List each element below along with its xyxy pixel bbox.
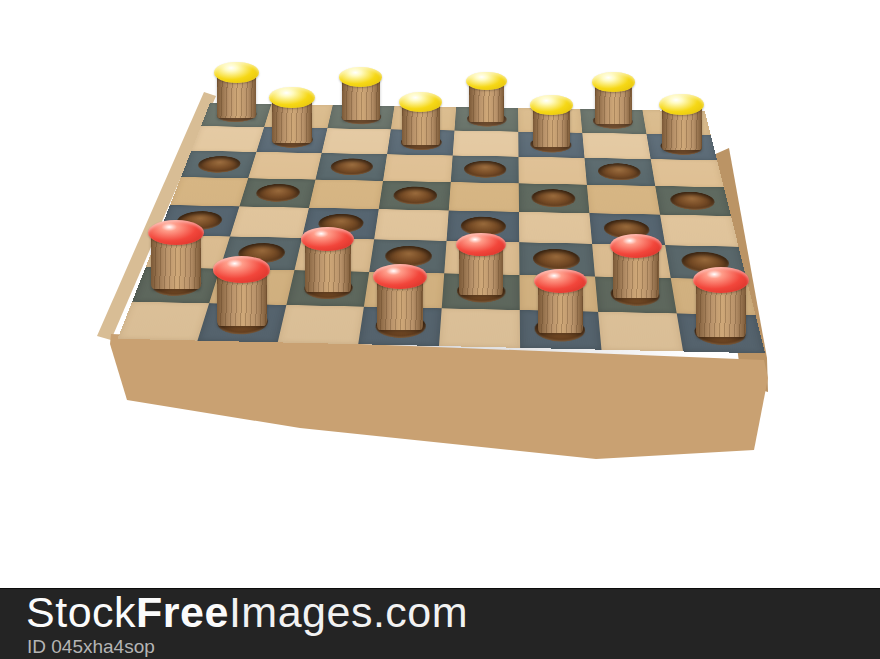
- square-g4[interactable]: [589, 213, 665, 245]
- square-f3[interactable]: [519, 242, 595, 276]
- square-a1: [118, 302, 210, 341]
- photo-canvas: StockFreeImages.com ID 045xha4sop: [0, 0, 880, 659]
- peg-hole: [173, 211, 225, 231]
- square-c1: [278, 305, 364, 344]
- square-d1[interactable]: [358, 307, 441, 346]
- checkers-board: [118, 103, 766, 354]
- square-d2: [364, 272, 444, 309]
- peg-hole: [603, 219, 652, 239]
- square-h4: [660, 215, 739, 247]
- peg-hole: [659, 139, 704, 156]
- peg-hole: [195, 156, 243, 174]
- square-e3: [444, 241, 519, 275]
- peg-hole: [316, 213, 365, 233]
- square-f4: [519, 212, 592, 244]
- square-b1[interactable]: [197, 303, 286, 342]
- peg-hole: [460, 216, 506, 236]
- peg-hole: [329, 158, 375, 176]
- peg-hole: [214, 107, 259, 123]
- square-f7[interactable]: [518, 132, 584, 158]
- square-h7[interactable]: [646, 134, 717, 160]
- peg-hole: [148, 273, 204, 296]
- peg-hole: [692, 320, 749, 346]
- square-a6[interactable]: [181, 151, 256, 179]
- square-e7: [453, 131, 519, 157]
- square-g5: [587, 185, 660, 215]
- square-e5: [449, 182, 519, 212]
- square-d3[interactable]: [369, 239, 446, 273]
- square-b4: [230, 206, 309, 238]
- peg-hole: [214, 310, 271, 335]
- square-g8[interactable]: [580, 109, 646, 134]
- peg-hole: [679, 251, 731, 273]
- peg-painted-top-yellow: [214, 62, 259, 83]
- peg-painted-top-yellow: [592, 72, 634, 92]
- square-g1: [598, 312, 683, 352]
- square-c5: [309, 180, 383, 210]
- peg-hole: [668, 191, 716, 210]
- square-b6: [248, 152, 321, 180]
- peg-hole: [609, 283, 661, 307]
- square-f2: [519, 275, 598, 312]
- square-c6[interactable]: [315, 153, 387, 181]
- square-e2[interactable]: [442, 273, 520, 310]
- square-h6: [651, 159, 724, 187]
- peg-hole: [456, 280, 506, 303]
- square-a8[interactable]: [201, 103, 271, 127]
- peg-hole: [532, 248, 580, 270]
- square-h3[interactable]: [665, 245, 747, 279]
- peg-hole: [384, 245, 433, 267]
- square-f1[interactable]: [520, 310, 602, 350]
- square-c2[interactable]: [286, 270, 369, 306]
- peg-hole: [269, 132, 314, 149]
- square-c4[interactable]: [302, 208, 379, 240]
- square-b3[interactable]: [220, 236, 302, 270]
- peg-hole: [374, 314, 427, 339]
- square-c7: [322, 128, 391, 154]
- square-b2: [209, 269, 294, 305]
- square-e1: [439, 308, 520, 347]
- peg-hole: [253, 183, 302, 202]
- peg-hole: [302, 277, 355, 300]
- square-e6[interactable]: [451, 156, 519, 184]
- peg-hole: [340, 109, 383, 125]
- square-h5[interactable]: [655, 186, 731, 216]
- peg-hole: [466, 111, 507, 127]
- square-b5[interactable]: [239, 178, 315, 207]
- watermark-rest: Images.com: [229, 588, 468, 636]
- square-g3: [592, 244, 671, 278]
- square-a2[interactable]: [132, 267, 220, 303]
- square-g7: [582, 133, 650, 159]
- square-h2: [671, 278, 756, 315]
- square-h1[interactable]: [677, 313, 765, 353]
- square-d8: [391, 106, 456, 131]
- watermark-id: ID 045xha4sop: [27, 636, 155, 658]
- square-e8[interactable]: [454, 107, 518, 132]
- square-f5[interactable]: [519, 183, 590, 213]
- peg-hole: [592, 113, 634, 129]
- square-g2[interactable]: [595, 277, 677, 314]
- square-b7[interactable]: [256, 127, 327, 153]
- peg-hole: [531, 189, 576, 208]
- square-a7: [191, 126, 264, 152]
- peg-hole: [597, 163, 642, 181]
- square-a3: [146, 235, 230, 269]
- peg-hole: [530, 136, 572, 153]
- peg-hole: [392, 186, 438, 205]
- square-b8: [264, 104, 333, 128]
- square-g6[interactable]: [584, 158, 655, 186]
- square-e4[interactable]: [447, 211, 520, 243]
- watermark-free: Free: [136, 588, 229, 636]
- square-c3: [294, 238, 374, 272]
- square-d6: [383, 154, 453, 182]
- square-d5[interactable]: [379, 181, 451, 211]
- square-f6: [518, 157, 586, 185]
- peg-hole: [534, 317, 586, 342]
- peg-hole: [235, 242, 287, 264]
- square-f8: [518, 108, 582, 133]
- peg-hole: [399, 134, 442, 151]
- peg-painted-top-yellow: [339, 67, 382, 87]
- watermark-bar: StockFreeImages.com ID 045xha4sop: [0, 588, 880, 659]
- watermark-stock: Stock: [26, 588, 136, 636]
- square-a5: [170, 177, 248, 206]
- peg-painted-top-yellow: [466, 72, 507, 91]
- square-c8[interactable]: [327, 105, 394, 130]
- square-d4: [374, 209, 449, 241]
- square-d7[interactable]: [387, 129, 454, 155]
- watermark-site-text: StockFreeImages.com: [26, 591, 468, 634]
- square-h8: [642, 110, 710, 135]
- peg-hole: [463, 160, 506, 178]
- square-a4[interactable]: [158, 205, 239, 236]
